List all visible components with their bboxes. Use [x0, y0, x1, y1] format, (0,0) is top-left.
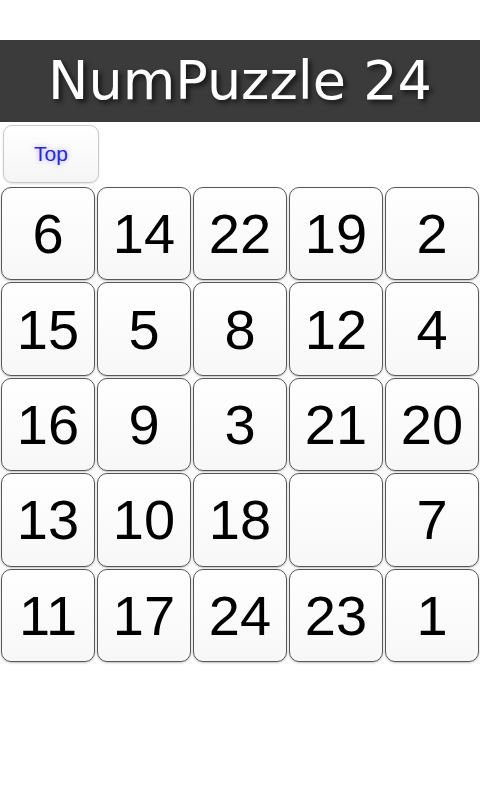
tile-button-8[interactable]: 8: [193, 282, 287, 375]
tile-button-2[interactable]: 2: [385, 187, 479, 280]
tile-button-9[interactable]: 9: [97, 378, 191, 471]
tile-button-21[interactable]: 21: [289, 378, 383, 471]
status-bar: [0, 0, 480, 40]
title-bar: NumPuzzle 24: [0, 40, 480, 122]
tile-button-17[interactable]: 17: [97, 569, 191, 662]
tile-button-5[interactable]: 5: [97, 282, 191, 375]
tile-button-3[interactable]: 3: [193, 378, 287, 471]
tile-button-22[interactable]: 22: [193, 187, 287, 280]
tile-button-10[interactable]: 10: [97, 473, 191, 566]
tile-button-15[interactable]: 15: [1, 282, 95, 375]
tile-button-23[interactable]: 23: [289, 569, 383, 662]
tile-button-11[interactable]: 11: [1, 569, 95, 662]
tile-button-13[interactable]: 13: [1, 473, 95, 566]
top-button[interactable]: Top: [3, 125, 99, 183]
tile-button-4[interactable]: 4: [385, 282, 479, 375]
puzzle-board: 614221921558124169321201310187111724231: [0, 186, 480, 663]
tile-button-16[interactable]: 16: [1, 378, 95, 471]
tile-button-1[interactable]: 1: [385, 569, 479, 662]
tile-button-24[interactable]: 24: [193, 569, 287, 662]
app-title: NumPuzzle 24: [48, 40, 432, 122]
tile-button-20[interactable]: 20: [385, 378, 479, 471]
tile-button-6[interactable]: 6: [1, 187, 95, 280]
tile-button-19[interactable]: 19: [289, 187, 383, 280]
tile-button-7[interactable]: 7: [385, 473, 479, 566]
tile-button-14[interactable]: 14: [97, 187, 191, 280]
tile-button-18[interactable]: 18: [193, 473, 287, 566]
empty-tile-button[interactable]: [289, 473, 383, 566]
tile-button-12[interactable]: 12: [289, 282, 383, 375]
